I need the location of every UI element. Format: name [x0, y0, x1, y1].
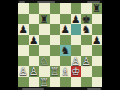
square-d8[interactable] — [50, 3, 61, 14]
square-g1[interactable] — [81, 77, 92, 88]
square-h5[interactable]: ♟ — [92, 35, 103, 46]
white-bishop[interactable]: ♗ — [61, 66, 70, 77]
square-h8[interactable]: ♜ — [92, 3, 103, 14]
square-b1[interactable] — [29, 77, 40, 88]
black-pawn[interactable]: ♟ — [61, 24, 70, 35]
square-g5[interactable] — [81, 35, 92, 46]
square-b2[interactable]: ♙ — [29, 66, 40, 77]
square-g3[interactable]: ♙ — [81, 56, 92, 67]
square-a4[interactable] — [18, 45, 29, 56]
square-d6[interactable] — [50, 24, 61, 35]
square-c5[interactable] — [39, 35, 50, 46]
chess-board[interactable]: ♜♜♟♚♟♟♞♟♟♞♘♙♙♙♙♖♗♔♖ — [18, 3, 102, 87]
square-a8[interactable] — [18, 3, 29, 14]
bottom-player-clock-blur — [87, 88, 101, 90]
square-f2[interactable]: ♔ — [71, 66, 82, 77]
square-h1[interactable] — [92, 77, 103, 88]
white-pawn[interactable]: ♙ — [82, 55, 91, 66]
black-pawn[interactable]: ♟ — [71, 13, 80, 24]
square-f1[interactable] — [71, 77, 82, 88]
square-d7[interactable] — [50, 14, 61, 25]
square-f6[interactable] — [71, 24, 82, 35]
square-b4[interactable] — [29, 45, 40, 56]
square-d5[interactable] — [50, 35, 61, 46]
square-g6[interactable]: ♞ — [81, 24, 92, 35]
pillarbox-left — [0, 0, 18, 90]
black-pawn[interactable]: ♟ — [29, 34, 38, 45]
square-c1[interactable]: ♖ — [39, 77, 50, 88]
square-e6[interactable]: ♟ — [60, 24, 71, 35]
black-knight[interactable]: ♞ — [61, 45, 70, 56]
square-a5[interactable] — [18, 35, 29, 46]
square-e8[interactable] — [60, 3, 71, 14]
chess-app-frame: ♜♜♟♚♟♟♞♟♟♞♘♙♙♙♙♖♗♔♖ — [0, 0, 120, 90]
white-knight[interactable]: ♘ — [40, 55, 49, 66]
white-pawn[interactable]: ♙ — [19, 66, 28, 77]
square-h7[interactable] — [92, 14, 103, 25]
black-rook[interactable]: ♜ — [40, 13, 49, 24]
white-rook[interactable]: ♖ — [40, 76, 49, 87]
pillarbox-right — [102, 0, 120, 90]
square-b5[interactable]: ♟ — [29, 35, 40, 46]
square-d4[interactable] — [50, 45, 61, 56]
white-rook[interactable]: ♖ — [50, 66, 59, 77]
square-h3[interactable] — [92, 56, 103, 67]
bottom-player-bar — [18, 87, 102, 90]
square-e4[interactable]: ♞ — [60, 45, 71, 56]
black-pawn[interactable]: ♟ — [19, 24, 28, 35]
square-b8[interactable] — [29, 3, 40, 14]
square-f7[interactable]: ♟ — [71, 14, 82, 25]
square-b7[interactable] — [29, 14, 40, 25]
square-h2[interactable] — [92, 66, 103, 77]
square-a6[interactable]: ♟ — [18, 24, 29, 35]
square-d1[interactable] — [50, 77, 61, 88]
square-c6[interactable] — [39, 24, 50, 35]
square-g2[interactable] — [81, 66, 92, 77]
white-king[interactable]: ♔ — [71, 66, 80, 77]
square-c3[interactable]: ♘ — [39, 56, 50, 67]
black-rook[interactable]: ♜ — [92, 3, 101, 14]
square-e1[interactable] — [60, 77, 71, 88]
square-a1[interactable] — [18, 77, 29, 88]
black-pawn[interactable]: ♟ — [92, 34, 101, 45]
square-e2[interactable]: ♗ — [60, 66, 71, 77]
square-h4[interactable] — [92, 45, 103, 56]
white-pawn[interactable]: ♙ — [29, 66, 38, 77]
square-d2[interactable]: ♖ — [50, 66, 61, 77]
square-f5[interactable] — [71, 35, 82, 46]
bottom-player-name-blur — [22, 88, 44, 90]
square-c7[interactable]: ♜ — [39, 14, 50, 25]
square-a2[interactable]: ♙ — [18, 66, 29, 77]
black-knight[interactable]: ♞ — [82, 24, 91, 35]
